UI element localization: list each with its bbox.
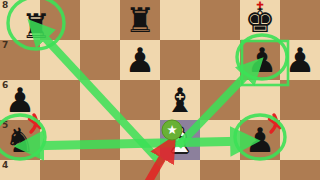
square-c7[interactable]: [80, 40, 120, 80]
square-h6[interactable]: [280, 80, 320, 120]
square-b8[interactable]: [40, 0, 80, 40]
square-e7[interactable]: [160, 40, 200, 80]
rank-label-8: 8: [2, 1, 8, 10]
square-h8[interactable]: [280, 0, 320, 40]
square-h4[interactable]: [280, 160, 320, 180]
square-g6[interactable]: [240, 80, 280, 120]
square-b7[interactable]: [40, 40, 80, 80]
square-a8[interactable]: 8: [0, 0, 40, 40]
square-e6[interactable]: [160, 80, 200, 120]
square-h7[interactable]: [280, 40, 320, 80]
square-f6[interactable]: [200, 80, 240, 120]
square-e5[interactable]: [160, 120, 200, 160]
square-d5[interactable]: [120, 120, 160, 160]
square-g8[interactable]: [240, 0, 280, 40]
square-a4[interactable]: 4: [0, 160, 40, 180]
square-f4[interactable]: [200, 160, 240, 180]
square-g4[interactable]: [240, 160, 280, 180]
square-d8[interactable]: [120, 0, 160, 40]
square-d4[interactable]: [120, 160, 160, 180]
rank-label-4: 4: [2, 161, 8, 170]
square-f5[interactable]: [200, 120, 240, 160]
square-g7[interactable]: [240, 40, 280, 80]
chess-thumbnail-stage: 87654 ♜♜♚✚♟♟♟♟♝♞♝♟ ★: [0, 0, 320, 180]
square-e4[interactable]: [160, 160, 200, 180]
square-c4[interactable]: [80, 160, 120, 180]
square-d7[interactable]: [120, 40, 160, 80]
square-c6[interactable]: [80, 80, 120, 120]
rank-label-5: 5: [2, 121, 8, 130]
rank-label-6: 6: [2, 81, 8, 90]
square-g5[interactable]: [240, 120, 280, 160]
square-b6[interactable]: [40, 80, 80, 120]
square-a7[interactable]: 7: [0, 40, 40, 80]
square-a6[interactable]: 6: [0, 80, 40, 120]
square-a5[interactable]: 5: [0, 120, 40, 160]
square-c5[interactable]: [80, 120, 120, 160]
square-b4[interactable]: [40, 160, 80, 180]
square-d6[interactable]: [120, 80, 160, 120]
square-e8[interactable]: [160, 0, 200, 40]
square-f7[interactable]: [200, 40, 240, 80]
square-h5[interactable]: [280, 120, 320, 160]
square-c8[interactable]: [80, 0, 120, 40]
chess-board: 87654: [0, 0, 320, 180]
rank-label-7: 7: [2, 41, 8, 50]
square-f8[interactable]: [200, 0, 240, 40]
square-b5[interactable]: [40, 120, 80, 160]
